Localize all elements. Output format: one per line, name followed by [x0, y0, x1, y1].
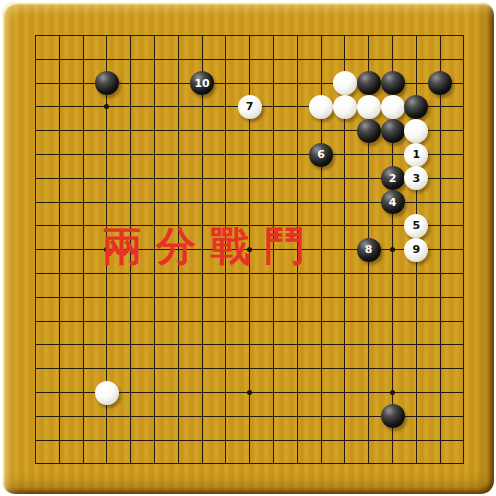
black-stone	[381, 119, 405, 143]
stones-layer: 10761234589	[2, 2, 494, 494]
black-stone-move-10: 10	[190, 71, 214, 95]
black-stone	[95, 71, 119, 95]
move-number: 9	[412, 244, 420, 255]
white-stone	[357, 95, 381, 119]
black-stone-move-2: 2	[381, 166, 405, 190]
move-number: 8	[365, 244, 373, 255]
white-stone	[333, 95, 357, 119]
white-stone-move-9: 9	[404, 238, 428, 262]
black-stone	[428, 71, 452, 95]
move-number: 10	[194, 78, 209, 89]
white-stone-move-5: 5	[404, 214, 428, 238]
white-stone-move-7: 7	[238, 95, 262, 119]
black-stone	[357, 119, 381, 143]
move-number: 2	[389, 173, 397, 184]
white-stone-move-1: 1	[404, 143, 428, 167]
black-stone-move-6: 6	[309, 143, 333, 167]
move-number: 1	[412, 149, 420, 160]
black-stone	[381, 71, 405, 95]
white-stone	[404, 119, 428, 143]
move-number: 7	[246, 101, 254, 112]
white-stone-move-3: 3	[404, 166, 428, 190]
move-number: 4	[389, 197, 397, 208]
move-number: 5	[412, 220, 420, 231]
go-board[interactable]: 兩分戰鬥 10761234589	[2, 2, 494, 494]
black-stone	[404, 95, 428, 119]
white-stone	[95, 381, 119, 405]
move-number: 6	[317, 149, 325, 160]
move-number: 3	[412, 173, 420, 184]
white-stone	[333, 71, 357, 95]
black-stone	[381, 404, 405, 428]
white-stone	[309, 95, 333, 119]
black-stone	[357, 71, 381, 95]
black-stone-move-4: 4	[381, 190, 405, 214]
white-stone	[381, 95, 405, 119]
black-stone-move-8: 8	[357, 238, 381, 262]
